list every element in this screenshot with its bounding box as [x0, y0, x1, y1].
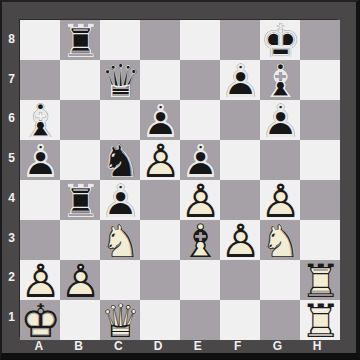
- rank-label-5: 5: [2, 138, 19, 178]
- file-label-h: H: [297, 338, 337, 354]
- rank-labels: 8 7 6 5 4 3 2 1: [2, 19, 19, 337]
- rank-label-1: 1: [2, 297, 19, 337]
- file-label-a: A: [19, 338, 59, 354]
- white-bishop[interactable]: ♝♗: [180, 221, 220, 261]
- piece-outline-glyph: ♗: [180, 221, 220, 261]
- rank-label-2: 2: [2, 258, 19, 298]
- rank-label-6: 6: [2, 99, 19, 139]
- square-h6[interactable]: [300, 100, 340, 140]
- file-labels: A B C D E F G H: [19, 338, 337, 354]
- file-label-g: G: [258, 338, 298, 354]
- black-queen[interactable]: ♛♕: [100, 61, 140, 101]
- square-g3[interactable]: ♞♘: [260, 220, 300, 260]
- square-f3[interactable]: ♟♙: [220, 220, 260, 260]
- file-label-c: C: [99, 338, 139, 354]
- black-pawn[interactable]: ♟♙: [220, 61, 260, 101]
- square-e1[interactable]: [180, 300, 220, 340]
- rank-label-7: 7: [2, 59, 19, 99]
- white-rook[interactable]: ♜♖: [300, 301, 340, 341]
- rank-label-3: 3: [2, 218, 19, 258]
- piece-outline-glyph: ♙: [260, 101, 300, 141]
- file-label-f: F: [218, 338, 258, 354]
- white-queen[interactable]: ♛♕: [100, 301, 140, 341]
- piece-outline-glyph: ♙: [20, 141, 60, 181]
- chess-board: ♜♖♚♔♛♕♟♙♝♗♝♗♟♙♟♙♟♙♞♘♟♙♟♙♜♖♟♙♟♙♟♙♞♘♝♗♟♙♞♘…: [19, 19, 337, 337]
- square-d3[interactable]: [140, 220, 180, 260]
- piece-outline-glyph: ♙: [60, 261, 100, 301]
- square-h1[interactable]: ♜♖: [300, 300, 340, 340]
- file-label-d: D: [138, 338, 178, 354]
- white-knight[interactable]: ♞♘: [260, 221, 300, 261]
- piece-outline-glyph: ♕: [100, 61, 140, 101]
- black-pawn[interactable]: ♟♙: [20, 141, 60, 181]
- square-h8[interactable]: [300, 20, 340, 60]
- square-h5[interactable]: [300, 140, 340, 180]
- square-e7[interactable]: [180, 60, 220, 100]
- white-pawn[interactable]: ♟♙: [220, 221, 260, 261]
- square-f1[interactable]: [220, 300, 260, 340]
- white-pawn[interactable]: ♟♙: [60, 261, 100, 301]
- square-d1[interactable]: [140, 300, 180, 340]
- black-rook[interactable]: ♜♖: [60, 181, 100, 221]
- file-label-b: B: [59, 338, 99, 354]
- square-h7[interactable]: [300, 60, 340, 100]
- square-c7[interactable]: ♛♕: [100, 60, 140, 100]
- square-b2[interactable]: ♟♙: [60, 260, 100, 300]
- chess-board-frame: 8 7 6 5 4 3 2 1 ♜♖♚♔♛♕♟♙♝♗♝♗♟♙♟♙♟♙♞♘♟♙♟♙…: [0, 0, 360, 360]
- square-a1[interactable]: ♚♔: [20, 300, 60, 340]
- square-a5[interactable]: ♟♙: [20, 140, 60, 180]
- white-pawn[interactable]: ♟♙: [140, 141, 180, 181]
- square-f5[interactable]: [220, 140, 260, 180]
- square-h4[interactable]: [300, 180, 340, 220]
- square-c3[interactable]: ♞♘: [100, 220, 140, 260]
- piece-outline-glyph: ♖: [60, 21, 100, 61]
- piece-outline-glyph: ♖: [60, 181, 100, 221]
- piece-outline-glyph: ♘: [100, 221, 140, 261]
- square-b4[interactable]: ♜♖: [60, 180, 100, 220]
- square-f7[interactable]: ♟♙: [220, 60, 260, 100]
- file-label-e: E: [178, 338, 218, 354]
- square-b8[interactable]: ♜♖: [60, 20, 100, 60]
- square-c1[interactable]: ♛♕: [100, 300, 140, 340]
- square-d5[interactable]: ♟♙: [140, 140, 180, 180]
- square-b6[interactable]: [60, 100, 100, 140]
- square-d2[interactable]: [140, 260, 180, 300]
- white-king[interactable]: ♚♔: [20, 301, 60, 341]
- piece-outline-glyph: ♘: [260, 221, 300, 261]
- rank-label-4: 4: [2, 178, 19, 218]
- square-e3[interactable]: ♝♗: [180, 220, 220, 260]
- piece-outline-glyph: ♙: [220, 221, 260, 261]
- piece-outline-glyph: ♔: [20, 301, 60, 341]
- rank-label-8: 8: [2, 19, 19, 59]
- square-e8[interactable]: [180, 20, 220, 60]
- piece-outline-glyph: ♖: [300, 301, 340, 341]
- square-d8[interactable]: [140, 20, 180, 60]
- piece-outline-glyph: ♕: [100, 301, 140, 341]
- square-g1[interactable]: [260, 300, 300, 340]
- white-knight[interactable]: ♞♘: [100, 221, 140, 261]
- black-rook[interactable]: ♜♖: [60, 21, 100, 61]
- square-g6[interactable]: ♟♙: [260, 100, 300, 140]
- piece-outline-glyph: ♙: [140, 141, 180, 181]
- piece-outline-glyph: ♙: [220, 61, 260, 101]
- black-pawn[interactable]: ♟♙: [260, 101, 300, 141]
- square-a8[interactable]: [20, 20, 60, 60]
